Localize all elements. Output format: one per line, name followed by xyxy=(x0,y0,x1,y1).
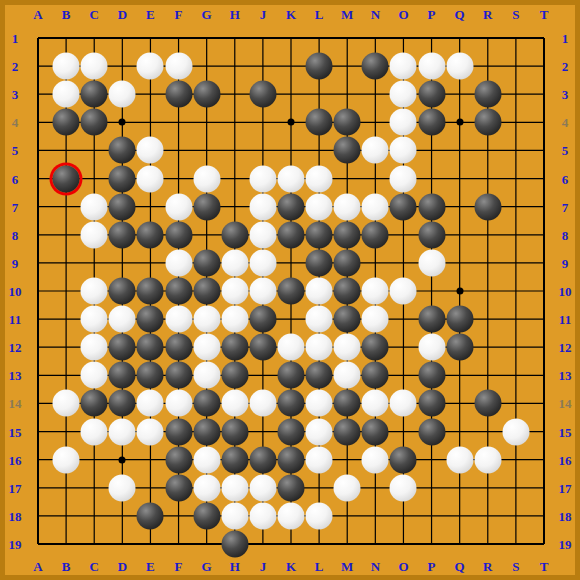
stone-black-F3[interactable] xyxy=(165,81,192,108)
stone-black-P7[interactable] xyxy=(418,193,445,220)
stone-white-S15[interactable] xyxy=(502,418,529,445)
row-label-right-4: 4 xyxy=(562,116,569,129)
stone-white-F14[interactable] xyxy=(165,390,192,417)
stone-black-M14[interactable] xyxy=(334,390,361,417)
stone-white-G6[interactable] xyxy=(193,165,220,192)
stone-white-M13[interactable] xyxy=(334,362,361,389)
col-label-bottom-K: K xyxy=(286,560,296,573)
stone-black-E10[interactable] xyxy=(137,278,164,305)
stone-white-J18[interactable] xyxy=(249,502,276,529)
stone-black-G3[interactable] xyxy=(193,81,220,108)
col-label-top-F: F xyxy=(175,8,183,21)
row-label-left-6: 6 xyxy=(12,172,19,185)
row-label-right-3: 3 xyxy=(562,88,569,101)
col-label-top-J: J xyxy=(260,8,267,21)
stone-black-H8[interactable] xyxy=(221,221,248,248)
row-label-right-11: 11 xyxy=(559,313,571,326)
stone-black-E13[interactable] xyxy=(137,362,164,389)
col-label-top-D: D xyxy=(118,8,127,21)
stone-black-H15[interactable] xyxy=(221,418,248,445)
col-label-bottom-L: L xyxy=(315,560,324,573)
star-point-D4 xyxy=(119,119,126,126)
col-label-top-G: G xyxy=(202,8,212,21)
stone-white-Q16[interactable] xyxy=(446,446,473,473)
stone-white-L15[interactable] xyxy=(306,418,333,445)
stone-white-D3[interactable] xyxy=(109,81,136,108)
stone-black-P8[interactable] xyxy=(418,221,445,248)
stone-black-E11[interactable] xyxy=(137,306,164,333)
stone-black-K13[interactable] xyxy=(278,362,305,389)
stone-black-G10[interactable] xyxy=(193,278,220,305)
stone-black-K17[interactable] xyxy=(278,474,305,501)
stone-white-H14[interactable] xyxy=(221,390,248,417)
stone-white-H9[interactable] xyxy=(221,249,248,276)
col-label-top-O: O xyxy=(398,8,408,21)
stone-black-P4[interactable] xyxy=(418,109,445,136)
stone-black-G14[interactable] xyxy=(193,390,220,417)
row-label-right-6: 6 xyxy=(562,172,569,185)
stone-white-G16[interactable] xyxy=(193,446,220,473)
stone-white-G12[interactable] xyxy=(193,334,220,361)
row-label-right-2: 2 xyxy=(562,60,569,73)
stone-black-K8[interactable] xyxy=(278,221,305,248)
col-label-bottom-M: M xyxy=(341,560,353,573)
stone-black-Q12[interactable] xyxy=(446,334,473,361)
stone-black-H12[interactable] xyxy=(221,334,248,361)
stone-white-J14[interactable] xyxy=(249,390,276,417)
stone-white-N14[interactable] xyxy=(362,390,389,417)
stone-black-D13[interactable] xyxy=(109,362,136,389)
stone-white-J17[interactable] xyxy=(249,474,276,501)
star-point-Q4 xyxy=(456,119,463,126)
stone-white-B14[interactable] xyxy=(53,390,80,417)
stone-black-M9[interactable] xyxy=(334,249,361,276)
stone-white-O4[interactable] xyxy=(390,109,417,136)
stone-black-E12[interactable] xyxy=(137,334,164,361)
stone-black-P11[interactable] xyxy=(418,306,445,333)
row-label-right-5: 5 xyxy=(562,144,569,157)
row-label-right-18: 18 xyxy=(559,509,572,522)
stone-black-N2[interactable] xyxy=(362,53,389,80)
stone-white-C2[interactable] xyxy=(81,53,108,80)
stone-white-E14[interactable] xyxy=(137,390,164,417)
stone-white-O17[interactable] xyxy=(390,474,417,501)
stone-black-D8[interactable] xyxy=(109,221,136,248)
row-label-right-15: 15 xyxy=(559,425,572,438)
stone-white-D17[interactable] xyxy=(109,474,136,501)
stone-white-K18[interactable] xyxy=(278,502,305,529)
stone-white-J8[interactable] xyxy=(249,221,276,248)
stone-black-Q11[interactable] xyxy=(446,306,473,333)
col-label-bottom-D: D xyxy=(118,560,127,573)
stone-black-B6-last-move[interactable] xyxy=(53,165,80,192)
stone-white-O5[interactable] xyxy=(390,137,417,164)
stone-white-B3[interactable] xyxy=(53,81,80,108)
row-label-left-15: 15 xyxy=(9,425,22,438)
stone-white-K12[interactable] xyxy=(278,334,305,361)
stone-white-B16[interactable] xyxy=(53,446,80,473)
stone-white-H10[interactable] xyxy=(221,278,248,305)
stone-black-E18[interactable] xyxy=(137,502,164,529)
stone-black-M5[interactable] xyxy=(334,137,361,164)
star-point-Q10 xyxy=(456,288,463,295)
col-label-top-B: B xyxy=(62,8,71,21)
stone-white-C13[interactable] xyxy=(81,362,108,389)
stone-black-D5[interactable] xyxy=(109,137,136,164)
stone-white-N7[interactable] xyxy=(362,193,389,220)
stone-black-D6[interactable] xyxy=(109,165,136,192)
stone-white-P12[interactable] xyxy=(418,334,445,361)
stone-black-L4[interactable] xyxy=(306,109,333,136)
stone-black-G7[interactable] xyxy=(193,193,220,220)
col-label-top-Q: Q xyxy=(455,8,465,21)
stone-white-R16[interactable] xyxy=(474,446,501,473)
row-label-right-16: 16 xyxy=(559,453,572,466)
stone-black-L9[interactable] xyxy=(306,249,333,276)
stone-black-P13[interactable] xyxy=(418,362,445,389)
stone-black-J12[interactable] xyxy=(249,334,276,361)
col-label-top-H: H xyxy=(230,8,240,21)
stone-white-C7[interactable] xyxy=(81,193,108,220)
row-label-left-13: 13 xyxy=(9,369,22,382)
stone-black-K16[interactable] xyxy=(278,446,305,473)
stone-black-B4[interactable] xyxy=(53,109,80,136)
stone-black-J3[interactable] xyxy=(249,81,276,108)
stone-black-M15[interactable] xyxy=(334,418,361,445)
stone-black-C14[interactable] xyxy=(81,390,108,417)
stone-black-P3[interactable] xyxy=(418,81,445,108)
stone-black-E8[interactable] xyxy=(137,221,164,248)
row-label-left-16: 16 xyxy=(9,453,22,466)
row-label-left-2: 2 xyxy=(12,60,19,73)
stone-white-C11[interactable] xyxy=(81,306,108,333)
stone-black-D14[interactable] xyxy=(109,390,136,417)
stone-black-H16[interactable] xyxy=(221,446,248,473)
stone-black-C3[interactable] xyxy=(81,81,108,108)
row-label-left-7: 7 xyxy=(12,200,19,213)
stone-white-C10[interactable] xyxy=(81,278,108,305)
col-label-top-K: K xyxy=(286,8,296,21)
stone-black-R4[interactable] xyxy=(474,109,501,136)
col-label-bottom-E: E xyxy=(146,560,155,573)
stone-white-D11[interactable] xyxy=(109,306,136,333)
stone-white-O10[interactable] xyxy=(390,278,417,305)
stone-white-M7[interactable] xyxy=(334,193,361,220)
stone-white-N16[interactable] xyxy=(362,446,389,473)
stone-white-E5[interactable] xyxy=(137,137,164,164)
row-label-left-1: 1 xyxy=(12,32,19,45)
stone-white-O14[interactable] xyxy=(390,390,417,417)
go-board[interactable]: AABBCCDDEEFFGGHHJJKKLLMMNNOOPPQQRRSSTT11… xyxy=(0,0,580,580)
stone-white-L16[interactable] xyxy=(306,446,333,473)
row-label-left-9: 9 xyxy=(12,256,19,269)
stone-white-B2[interactable] xyxy=(53,53,80,80)
row-label-right-19: 19 xyxy=(559,538,572,551)
stone-white-C12[interactable] xyxy=(81,334,108,361)
stone-black-P15[interactable] xyxy=(418,418,445,445)
stone-white-L14[interactable] xyxy=(306,390,333,417)
stone-white-O2[interactable] xyxy=(390,53,417,80)
col-label-bottom-A: A xyxy=(33,560,42,573)
stone-white-L7[interactable] xyxy=(306,193,333,220)
stone-white-N11[interactable] xyxy=(362,306,389,333)
stone-white-L6[interactable] xyxy=(306,165,333,192)
stone-black-F10[interactable] xyxy=(165,278,192,305)
stone-black-G15[interactable] xyxy=(193,418,220,445)
row-label-left-17: 17 xyxy=(9,481,22,494)
stone-white-L12[interactable] xyxy=(306,334,333,361)
stone-white-F9[interactable] xyxy=(165,249,192,276)
stone-black-P14[interactable] xyxy=(418,390,445,417)
col-label-bottom-R: R xyxy=(483,560,492,573)
stone-black-D12[interactable] xyxy=(109,334,136,361)
row-label-left-12: 12 xyxy=(9,341,22,354)
stone-black-G18[interactable] xyxy=(193,502,220,529)
col-label-bottom-O: O xyxy=(398,560,408,573)
stone-white-P9[interactable] xyxy=(418,249,445,276)
stone-white-G13[interactable] xyxy=(193,362,220,389)
stone-black-N13[interactable] xyxy=(362,362,389,389)
stone-black-R3[interactable] xyxy=(474,81,501,108)
stone-black-H13[interactable] xyxy=(221,362,248,389)
stone-black-L8[interactable] xyxy=(306,221,333,248)
row-label-left-14: 14 xyxy=(9,397,22,410)
row-label-left-8: 8 xyxy=(12,228,19,241)
col-label-bottom-P: P xyxy=(428,560,436,573)
stone-white-C15[interactable] xyxy=(81,418,108,445)
stone-white-L11[interactable] xyxy=(306,306,333,333)
stone-white-C8[interactable] xyxy=(81,221,108,248)
row-label-right-8: 8 xyxy=(562,228,569,241)
col-label-top-E: E xyxy=(146,8,155,21)
col-label-bottom-G: G xyxy=(202,560,212,573)
row-label-right-17: 17 xyxy=(559,481,572,494)
stone-white-N5[interactable] xyxy=(362,137,389,164)
stone-white-J9[interactable] xyxy=(249,249,276,276)
stone-black-N15[interactable] xyxy=(362,418,389,445)
stone-white-F7[interactable] xyxy=(165,193,192,220)
stone-white-O6[interactable] xyxy=(390,165,417,192)
stone-black-R14[interactable] xyxy=(474,390,501,417)
row-label-right-7: 7 xyxy=(562,200,569,213)
stone-black-G9[interactable] xyxy=(193,249,220,276)
stone-white-E6[interactable] xyxy=(137,165,164,192)
stone-black-J11[interactable] xyxy=(249,306,276,333)
col-label-bottom-H: H xyxy=(230,560,240,573)
stone-black-K10[interactable] xyxy=(278,278,305,305)
col-label-bottom-Q: Q xyxy=(455,560,465,573)
row-label-left-3: 3 xyxy=(12,88,19,101)
stone-black-N12[interactable] xyxy=(362,334,389,361)
stone-black-R7[interactable] xyxy=(474,193,501,220)
col-label-top-T: T xyxy=(540,8,549,21)
stone-black-M8[interactable] xyxy=(334,221,361,248)
row-label-right-13: 13 xyxy=(559,369,572,382)
stone-black-K7[interactable] xyxy=(278,193,305,220)
stone-white-F11[interactable] xyxy=(165,306,192,333)
stone-white-O3[interactable] xyxy=(390,81,417,108)
stone-black-K14[interactable] xyxy=(278,390,305,417)
col-label-top-N: N xyxy=(371,8,380,21)
row-label-right-9: 9 xyxy=(562,256,569,269)
col-label-bottom-J: J xyxy=(260,560,267,573)
col-label-bottom-C: C xyxy=(90,560,99,573)
col-label-bottom-S: S xyxy=(512,560,519,573)
stone-black-F8[interactable] xyxy=(165,221,192,248)
stone-black-M10[interactable] xyxy=(334,278,361,305)
col-label-top-A: A xyxy=(33,8,42,21)
col-label-bottom-B: B xyxy=(62,560,71,573)
row-label-right-12: 12 xyxy=(559,341,572,354)
stone-white-F2[interactable] xyxy=(165,53,192,80)
stone-black-H19[interactable] xyxy=(221,531,248,558)
stone-black-F17[interactable] xyxy=(165,474,192,501)
stone-white-M17[interactable] xyxy=(334,474,361,501)
stone-white-N10[interactable] xyxy=(362,278,389,305)
stone-black-O16[interactable] xyxy=(390,446,417,473)
stone-black-C4[interactable] xyxy=(81,109,108,136)
stone-white-L10[interactable] xyxy=(306,278,333,305)
col-label-bottom-F: F xyxy=(175,560,183,573)
stone-black-J16[interactable] xyxy=(249,446,276,473)
row-label-left-18: 18 xyxy=(9,509,22,522)
stone-black-D10[interactable] xyxy=(109,278,136,305)
stone-white-D15[interactable] xyxy=(109,418,136,445)
stone-black-M4[interactable] xyxy=(334,109,361,136)
col-label-top-R: R xyxy=(483,8,492,21)
stone-black-K15[interactable] xyxy=(278,418,305,445)
stone-white-K6[interactable] xyxy=(278,165,305,192)
stone-white-E15[interactable] xyxy=(137,418,164,445)
stone-white-J10[interactable] xyxy=(249,278,276,305)
col-label-top-C: C xyxy=(90,8,99,21)
stone-black-M11[interactable] xyxy=(334,306,361,333)
row-label-left-4: 4 xyxy=(12,116,19,129)
star-point-K4 xyxy=(288,119,295,126)
stone-black-F12[interactable] xyxy=(165,334,192,361)
row-label-right-14: 14 xyxy=(559,397,572,410)
stone-white-L18[interactable] xyxy=(306,502,333,529)
stone-white-E2[interactable] xyxy=(137,53,164,80)
stone-white-H17[interactable] xyxy=(221,474,248,501)
row-label-left-10: 10 xyxy=(9,285,22,298)
col-label-bottom-N: N xyxy=(371,560,380,573)
col-label-top-L: L xyxy=(315,8,324,21)
row-label-right-10: 10 xyxy=(559,285,572,298)
stone-white-H11[interactable] xyxy=(221,306,248,333)
stone-black-O7[interactable] xyxy=(390,193,417,220)
row-label-right-1: 1 xyxy=(562,32,569,45)
stone-white-M12[interactable] xyxy=(334,334,361,361)
col-label-top-S: S xyxy=(512,8,519,21)
stone-white-G17[interactable] xyxy=(193,474,220,501)
stone-white-P2[interactable] xyxy=(418,53,445,80)
stone-white-G11[interactable] xyxy=(193,306,220,333)
col-label-top-M: M xyxy=(341,8,353,21)
stone-black-N8[interactable] xyxy=(362,221,389,248)
row-label-left-5: 5 xyxy=(12,144,19,157)
row-label-left-19: 19 xyxy=(9,538,22,551)
stone-white-J7[interactable] xyxy=(249,193,276,220)
stone-black-L2[interactable] xyxy=(306,53,333,80)
stone-black-F15[interactable] xyxy=(165,418,192,445)
stone-black-L13[interactable] xyxy=(306,362,333,389)
stone-white-H18[interactable] xyxy=(221,502,248,529)
col-label-bottom-T: T xyxy=(540,560,549,573)
stone-white-J6[interactable] xyxy=(249,165,276,192)
row-label-left-11: 11 xyxy=(9,313,21,326)
stone-black-F16[interactable] xyxy=(165,446,192,473)
stone-black-D7[interactable] xyxy=(109,193,136,220)
stone-black-F13[interactable] xyxy=(165,362,192,389)
col-label-top-P: P xyxy=(428,8,436,21)
star-point-D16 xyxy=(119,456,126,463)
stone-white-Q2[interactable] xyxy=(446,53,473,80)
